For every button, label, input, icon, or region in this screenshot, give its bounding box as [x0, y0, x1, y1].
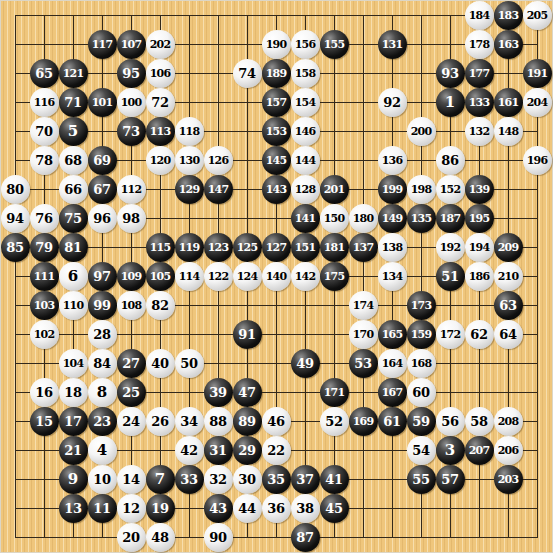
go-stone-164-white: 164: [378, 349, 407, 378]
move-number-label: 34: [180, 415, 198, 428]
move-number-label: 127: [266, 242, 287, 253]
move-number-label: 9: [68, 472, 78, 487]
go-stone-23-black: 23: [88, 407, 117, 436]
move-number-label: 57: [441, 473, 459, 486]
go-stone-72-white: 72: [146, 88, 175, 117]
move-number-label: 198: [411, 184, 432, 195]
go-stone-108-white: 108: [117, 291, 146, 320]
go-stone-157-black: 157: [262, 88, 291, 117]
go-stone-184-white: 184: [465, 1, 494, 30]
move-number-label: 90: [209, 531, 227, 544]
move-number-label: 76: [35, 212, 53, 225]
go-stone-125-black: 125: [233, 233, 262, 262]
move-number-label: 64: [499, 328, 517, 341]
go-stone-41-black: 41: [320, 465, 349, 494]
move-number-label: 208: [498, 416, 519, 427]
move-number-label: 199: [382, 184, 403, 195]
go-stone-135-black: 135: [407, 204, 436, 233]
move-number-label: 191: [527, 68, 548, 79]
move-number-label: 6: [68, 269, 78, 284]
move-number-label: 170: [353, 329, 374, 340]
move-number-label: 135: [411, 213, 432, 224]
move-number-label: 75: [64, 212, 82, 225]
move-number-label: 55: [412, 473, 430, 486]
move-number-label: 192: [440, 242, 461, 253]
go-stone-24-white: 24: [117, 407, 146, 436]
move-number-label: 124: [237, 271, 258, 282]
move-number-label: 97: [93, 270, 111, 283]
move-number-label: 13: [64, 502, 82, 515]
move-number-label: 132: [469, 126, 490, 137]
move-number-label: 65: [35, 67, 53, 80]
move-number-label: 115: [150, 242, 171, 253]
go-stone-148-white: 148: [494, 117, 523, 146]
move-number-label: 72: [151, 96, 169, 109]
move-number-label: 130: [179, 155, 200, 166]
move-number-label: 190: [266, 39, 287, 50]
go-stone-36-white: 36: [262, 494, 291, 523]
move-number-label: 181: [324, 242, 345, 253]
move-number-label: 94: [6, 212, 24, 225]
go-stone-118-white: 118: [175, 117, 204, 146]
move-number-label: 159: [411, 329, 432, 340]
go-stone-71-black: 71: [59, 88, 88, 117]
move-number-label: 183: [498, 10, 519, 21]
move-number-label: 86: [441, 154, 459, 167]
go-stone-28-white: 28: [88, 320, 117, 349]
go-stone-106-white: 106: [146, 59, 175, 88]
go-stone-26-white: 26: [146, 407, 175, 436]
go-stone-150-white: 150: [320, 204, 349, 233]
move-number-label: 107: [121, 39, 142, 50]
move-number-label: 52: [325, 415, 343, 428]
go-stone-134-white: 134: [378, 262, 407, 291]
go-stone-130-white: 130: [175, 146, 204, 175]
go-stone-156-white: 156: [291, 30, 320, 59]
go-stone-172-white: 172: [436, 320, 465, 349]
move-number-label: 95: [122, 67, 140, 80]
go-stone-59-black: 59: [407, 407, 436, 436]
go-stone-87-black: 87: [291, 523, 320, 552]
go-stone-170-white: 170: [349, 320, 378, 349]
move-number-label: 20: [122, 531, 140, 544]
move-number-label: 131: [382, 39, 403, 50]
move-number-label: 105: [150, 271, 171, 282]
go-stone-81-black: 81: [59, 233, 88, 262]
move-number-label: 15: [35, 415, 53, 428]
go-stone-131-black: 131: [378, 30, 407, 59]
go-stone-112-white: 112: [117, 175, 146, 204]
move-number-label: 41: [325, 473, 343, 486]
go-stone-42-white: 42: [175, 436, 204, 465]
go-stone-90-white: 90: [204, 523, 233, 552]
go-stone-159-black: 159: [407, 320, 436, 349]
go-stone-110-white: 110: [59, 291, 88, 320]
move-number-label: 128: [295, 184, 316, 195]
move-number-label: 92: [383, 96, 401, 109]
go-stone-43-black: 43: [204, 494, 233, 523]
move-number-label: 60: [412, 386, 430, 399]
move-number-label: 42: [180, 444, 198, 457]
move-number-label: 81: [64, 241, 82, 254]
go-stone-79-black: 79: [30, 233, 59, 262]
move-number-label: 114: [179, 271, 200, 282]
go-stone-154-white: 154: [291, 88, 320, 117]
go-stone-117-black: 117: [88, 30, 117, 59]
go-stone-140-white: 140: [262, 262, 291, 291]
go-stone-44-white: 44: [233, 494, 262, 523]
move-number-label: 82: [151, 299, 169, 312]
go-stone-149-black: 149: [378, 204, 407, 233]
go-stone-1-black: 1: [436, 88, 465, 117]
go-stone-66-white: 66: [59, 175, 88, 204]
go-stone-78-white: 78: [30, 146, 59, 175]
go-stone-192-white: 192: [436, 233, 465, 262]
go-stone-85-black: 85: [1, 233, 30, 262]
move-number-label: 144: [295, 155, 316, 166]
move-number-label: 158: [295, 68, 316, 79]
go-stone-143-black: 143: [262, 175, 291, 204]
move-number-label: 66: [64, 183, 82, 196]
go-stone-35-black: 35: [262, 465, 291, 494]
move-number-label: 186: [469, 271, 490, 282]
go-stone-51-black: 51: [436, 262, 465, 291]
go-stone-46-white: 46: [262, 407, 291, 436]
go-stone-92-white: 92: [378, 88, 407, 117]
move-number-label: 84: [93, 357, 111, 370]
go-stone-209-black: 209: [494, 233, 523, 262]
go-stone-167-black: 167: [378, 378, 407, 407]
move-number-label: 194: [469, 242, 490, 253]
move-number-label: 196: [527, 155, 548, 166]
move-number-label: 70: [35, 125, 53, 138]
go-stone-96-white: 96: [88, 204, 117, 233]
grid-line-vertical: [363, 15, 364, 538]
go-stone-29-black: 29: [233, 436, 262, 465]
move-number-label: 47: [238, 386, 256, 399]
go-stone-107-black: 107: [117, 30, 146, 59]
go-stone-98-white: 98: [117, 204, 146, 233]
move-number-label: 157: [266, 97, 287, 108]
go-stone-50-white: 50: [175, 349, 204, 378]
go-stone-62-white: 62: [465, 320, 494, 349]
move-number-label: 26: [151, 415, 169, 428]
move-number-label: 149: [382, 213, 403, 224]
go-stone-123-black: 123: [204, 233, 233, 262]
go-stone-116-white: 116: [30, 88, 59, 117]
move-number-label: 180: [353, 213, 374, 224]
go-stone-189-black: 189: [262, 59, 291, 88]
move-number-label: 156: [295, 39, 316, 50]
go-stone-204-white: 204: [523, 88, 552, 117]
move-number-label: 100: [121, 97, 142, 108]
move-number-label: 61: [383, 415, 401, 428]
go-stone-6-white: 6: [59, 262, 88, 291]
go-stone-63-black: 63: [494, 291, 523, 320]
go-stone-102-white: 102: [30, 320, 59, 349]
move-number-label: 207: [469, 445, 490, 456]
move-number-label: 139: [469, 184, 490, 195]
move-number-label: 136: [382, 155, 403, 166]
move-number-label: 58: [470, 415, 488, 428]
go-stone-145-black: 145: [262, 146, 291, 175]
go-stone-174-white: 174: [349, 291, 378, 320]
go-stone-27-black: 27: [117, 349, 146, 378]
go-stone-82-white: 82: [146, 291, 175, 320]
move-number-label: 62: [470, 328, 488, 341]
go-stone-8-white: 8: [88, 378, 117, 407]
move-number-label: 4: [97, 443, 107, 458]
move-number-label: 103: [34, 300, 55, 311]
move-number-label: 134: [382, 271, 403, 282]
move-number-label: 3: [445, 443, 455, 458]
move-number-label: 12: [122, 502, 140, 515]
move-number-label: 145: [266, 155, 287, 166]
move-number-label: 102: [34, 329, 55, 340]
move-number-label: 29: [238, 444, 256, 457]
move-number-label: 155: [324, 39, 345, 50]
move-number-label: 126: [208, 155, 229, 166]
move-number-label: 35: [267, 473, 285, 486]
move-number-label: 68: [64, 154, 82, 167]
move-number-label: 67: [93, 183, 111, 196]
move-number-label: 43: [209, 502, 227, 515]
move-number-label: 89: [238, 415, 256, 428]
move-number-label: 54: [412, 444, 430, 457]
move-number-label: 39: [209, 386, 227, 399]
go-stone-69-black: 69: [88, 146, 117, 175]
go-stone-152-white: 152: [436, 175, 465, 204]
go-stone-10-white: 10: [88, 465, 117, 494]
move-number-label: 146: [295, 126, 316, 137]
go-stone-151-black: 151: [291, 233, 320, 262]
go-stone-109-black: 109: [117, 262, 146, 291]
go-stone-100-white: 100: [117, 88, 146, 117]
move-number-label: 101: [92, 97, 113, 108]
move-number-label: 189: [266, 68, 287, 79]
move-number-label: 96: [93, 212, 111, 225]
go-stone-18-white: 18: [59, 378, 88, 407]
go-stone-9-black: 9: [59, 465, 88, 494]
move-number-label: 164: [382, 358, 403, 369]
go-stone-202-white: 202: [146, 30, 175, 59]
go-stone-38-white: 38: [291, 494, 320, 523]
go-stone-114-white: 114: [175, 262, 204, 291]
move-number-label: 30: [238, 473, 256, 486]
go-stone-15-black: 15: [30, 407, 59, 436]
go-stone-47-black: 47: [233, 378, 262, 407]
go-stone-7-black: 7: [146, 465, 175, 494]
move-number-label: 169: [353, 416, 374, 427]
go-stone-177-black: 177: [465, 59, 494, 88]
go-stone-113-black: 113: [146, 117, 175, 146]
go-board[interactable]: 1841832051171072021901561551311781636512…: [0, 0, 553, 553]
go-stone-31-black: 31: [204, 436, 233, 465]
go-stone-22-white: 22: [262, 436, 291, 465]
go-stone-5-black: 5: [59, 117, 88, 146]
go-stone-121-black: 121: [59, 59, 88, 88]
go-stone-124-white: 124: [233, 262, 262, 291]
go-stone-54-white: 54: [407, 436, 436, 465]
move-number-label: 36: [267, 502, 285, 515]
move-number-label: 11: [93, 502, 111, 515]
go-stone-73-black: 73: [117, 117, 146, 146]
go-stone-141-black: 141: [291, 204, 320, 233]
go-stone-132-white: 132: [465, 117, 494, 146]
move-number-label: 48: [151, 531, 169, 544]
move-number-label: 150: [324, 213, 345, 224]
go-stone-76-white: 76: [30, 204, 59, 233]
go-stone-48-white: 48: [146, 523, 175, 552]
move-number-label: 14: [122, 473, 140, 486]
go-stone-186-white: 186: [465, 262, 494, 291]
move-number-label: 21: [64, 444, 82, 457]
go-stone-173-black: 173: [407, 291, 436, 320]
go-stone-12-white: 12: [117, 494, 146, 523]
move-number-label: 63: [499, 299, 517, 312]
go-stone-89-black: 89: [233, 407, 262, 436]
go-stone-99-black: 99: [88, 291, 117, 320]
go-stone-17-black: 17: [59, 407, 88, 436]
go-stone-39-black: 39: [204, 378, 233, 407]
go-stone-178-white: 178: [465, 30, 494, 59]
move-number-label: 25: [122, 386, 140, 399]
move-number-label: 73: [122, 125, 140, 138]
move-number-label: 45: [325, 502, 343, 515]
move-number-label: 152: [440, 184, 461, 195]
go-stone-137-black: 137: [349, 233, 378, 262]
move-number-label: 138: [382, 242, 403, 253]
move-number-label: 87: [296, 531, 314, 544]
move-number-label: 141: [295, 213, 316, 224]
go-stone-56-white: 56: [436, 407, 465, 436]
move-number-label: 104: [63, 358, 84, 369]
move-number-label: 177: [469, 68, 490, 79]
go-stone-142-white: 142: [291, 262, 320, 291]
move-number-label: 173: [411, 300, 432, 311]
go-stone-165-black: 165: [378, 320, 407, 349]
move-number-label: 121: [63, 68, 84, 79]
move-number-label: 172: [440, 329, 461, 340]
move-number-label: 142: [295, 271, 316, 282]
go-stone-144-white: 144: [291, 146, 320, 175]
move-number-label: 24: [122, 415, 140, 428]
move-number-label: 32: [209, 473, 227, 486]
move-number-label: 167: [382, 387, 403, 398]
go-stone-169-black: 169: [349, 407, 378, 436]
move-number-label: 168: [411, 358, 432, 369]
go-stone-146-white: 146: [291, 117, 320, 146]
move-number-label: 161: [498, 97, 519, 108]
go-stone-65-black: 65: [30, 59, 59, 88]
move-number-label: 209: [498, 242, 519, 253]
go-stone-120-white: 120: [146, 146, 175, 175]
move-number-label: 203: [498, 474, 519, 485]
move-number-label: 53: [354, 357, 372, 370]
move-number-label: 78: [35, 154, 53, 167]
move-number-label: 85: [6, 241, 24, 254]
move-number-label: 27: [122, 357, 140, 370]
go-stone-25-black: 25: [117, 378, 146, 407]
go-stone-91-black: 91: [233, 320, 262, 349]
move-number-label: 50: [180, 357, 198, 370]
go-stone-21-black: 21: [59, 436, 88, 465]
go-stone-136-white: 136: [378, 146, 407, 175]
go-stone-181-black: 181: [320, 233, 349, 262]
go-stone-19-black: 19: [146, 494, 175, 523]
go-stone-210-white: 210: [494, 262, 523, 291]
move-number-label: 147: [208, 184, 229, 195]
move-number-label: 8: [97, 385, 107, 400]
go-stone-183-black: 183: [494, 1, 523, 30]
go-stone-11-black: 11: [88, 494, 117, 523]
go-stone-37-black: 37: [291, 465, 320, 494]
move-number-label: 74: [238, 67, 256, 80]
move-number-label: 153: [266, 126, 287, 137]
move-number-label: 28: [93, 328, 111, 341]
move-number-label: 22: [267, 444, 285, 457]
go-stone-129-black: 129: [175, 175, 204, 204]
go-stone-198-white: 198: [407, 175, 436, 204]
go-stone-119-black: 119: [175, 233, 204, 262]
go-stone-194-white: 194: [465, 233, 494, 262]
go-stone-128-white: 128: [291, 175, 320, 204]
move-number-label: 80: [6, 183, 24, 196]
move-number-label: 98: [122, 212, 140, 225]
go-stone-111-black: 111: [30, 262, 59, 291]
move-number-label: 5: [68, 124, 78, 139]
go-stone-191-black: 191: [523, 59, 552, 88]
move-number-label: 122: [208, 271, 229, 282]
move-number-label: 99: [93, 299, 111, 312]
move-number-label: 123: [208, 242, 229, 253]
move-number-label: 110: [63, 300, 84, 311]
go-stone-203-black: 203: [494, 465, 523, 494]
go-stone-190-white: 190: [262, 30, 291, 59]
go-stone-34-white: 34: [175, 407, 204, 436]
move-number-label: 69: [93, 154, 111, 167]
go-stone-127-black: 127: [262, 233, 291, 262]
move-number-label: 79: [35, 241, 53, 254]
move-number-label: 204: [527, 97, 548, 108]
move-number-label: 195: [469, 213, 490, 224]
go-stone-52-white: 52: [320, 407, 349, 436]
move-number-label: 178: [469, 39, 490, 50]
go-stone-187-black: 187: [436, 204, 465, 233]
move-number-label: 205: [527, 10, 548, 21]
go-stone-86-white: 86: [436, 146, 465, 175]
go-stone-58-white: 58: [465, 407, 494, 436]
move-number-label: 120: [150, 155, 171, 166]
move-number-label: 71: [64, 96, 82, 109]
go-stone-147-black: 147: [204, 175, 233, 204]
move-number-label: 171: [324, 387, 345, 398]
move-number-label: 108: [121, 300, 142, 311]
go-stone-95-black: 95: [117, 59, 146, 88]
go-stone-53-black: 53: [349, 349, 378, 378]
go-stone-64-white: 64: [494, 320, 523, 349]
go-stone-67-black: 67: [88, 175, 117, 204]
move-number-label: 112: [121, 184, 142, 195]
go-stone-205-white: 205: [523, 1, 552, 30]
go-stone-180-white: 180: [349, 204, 378, 233]
move-number-label: 202: [150, 39, 171, 50]
go-stone-60-white: 60: [407, 378, 436, 407]
move-number-label: 137: [353, 242, 374, 253]
move-number-label: 23: [93, 415, 111, 428]
move-number-label: 140: [266, 271, 287, 282]
move-number-label: 175: [324, 271, 345, 282]
